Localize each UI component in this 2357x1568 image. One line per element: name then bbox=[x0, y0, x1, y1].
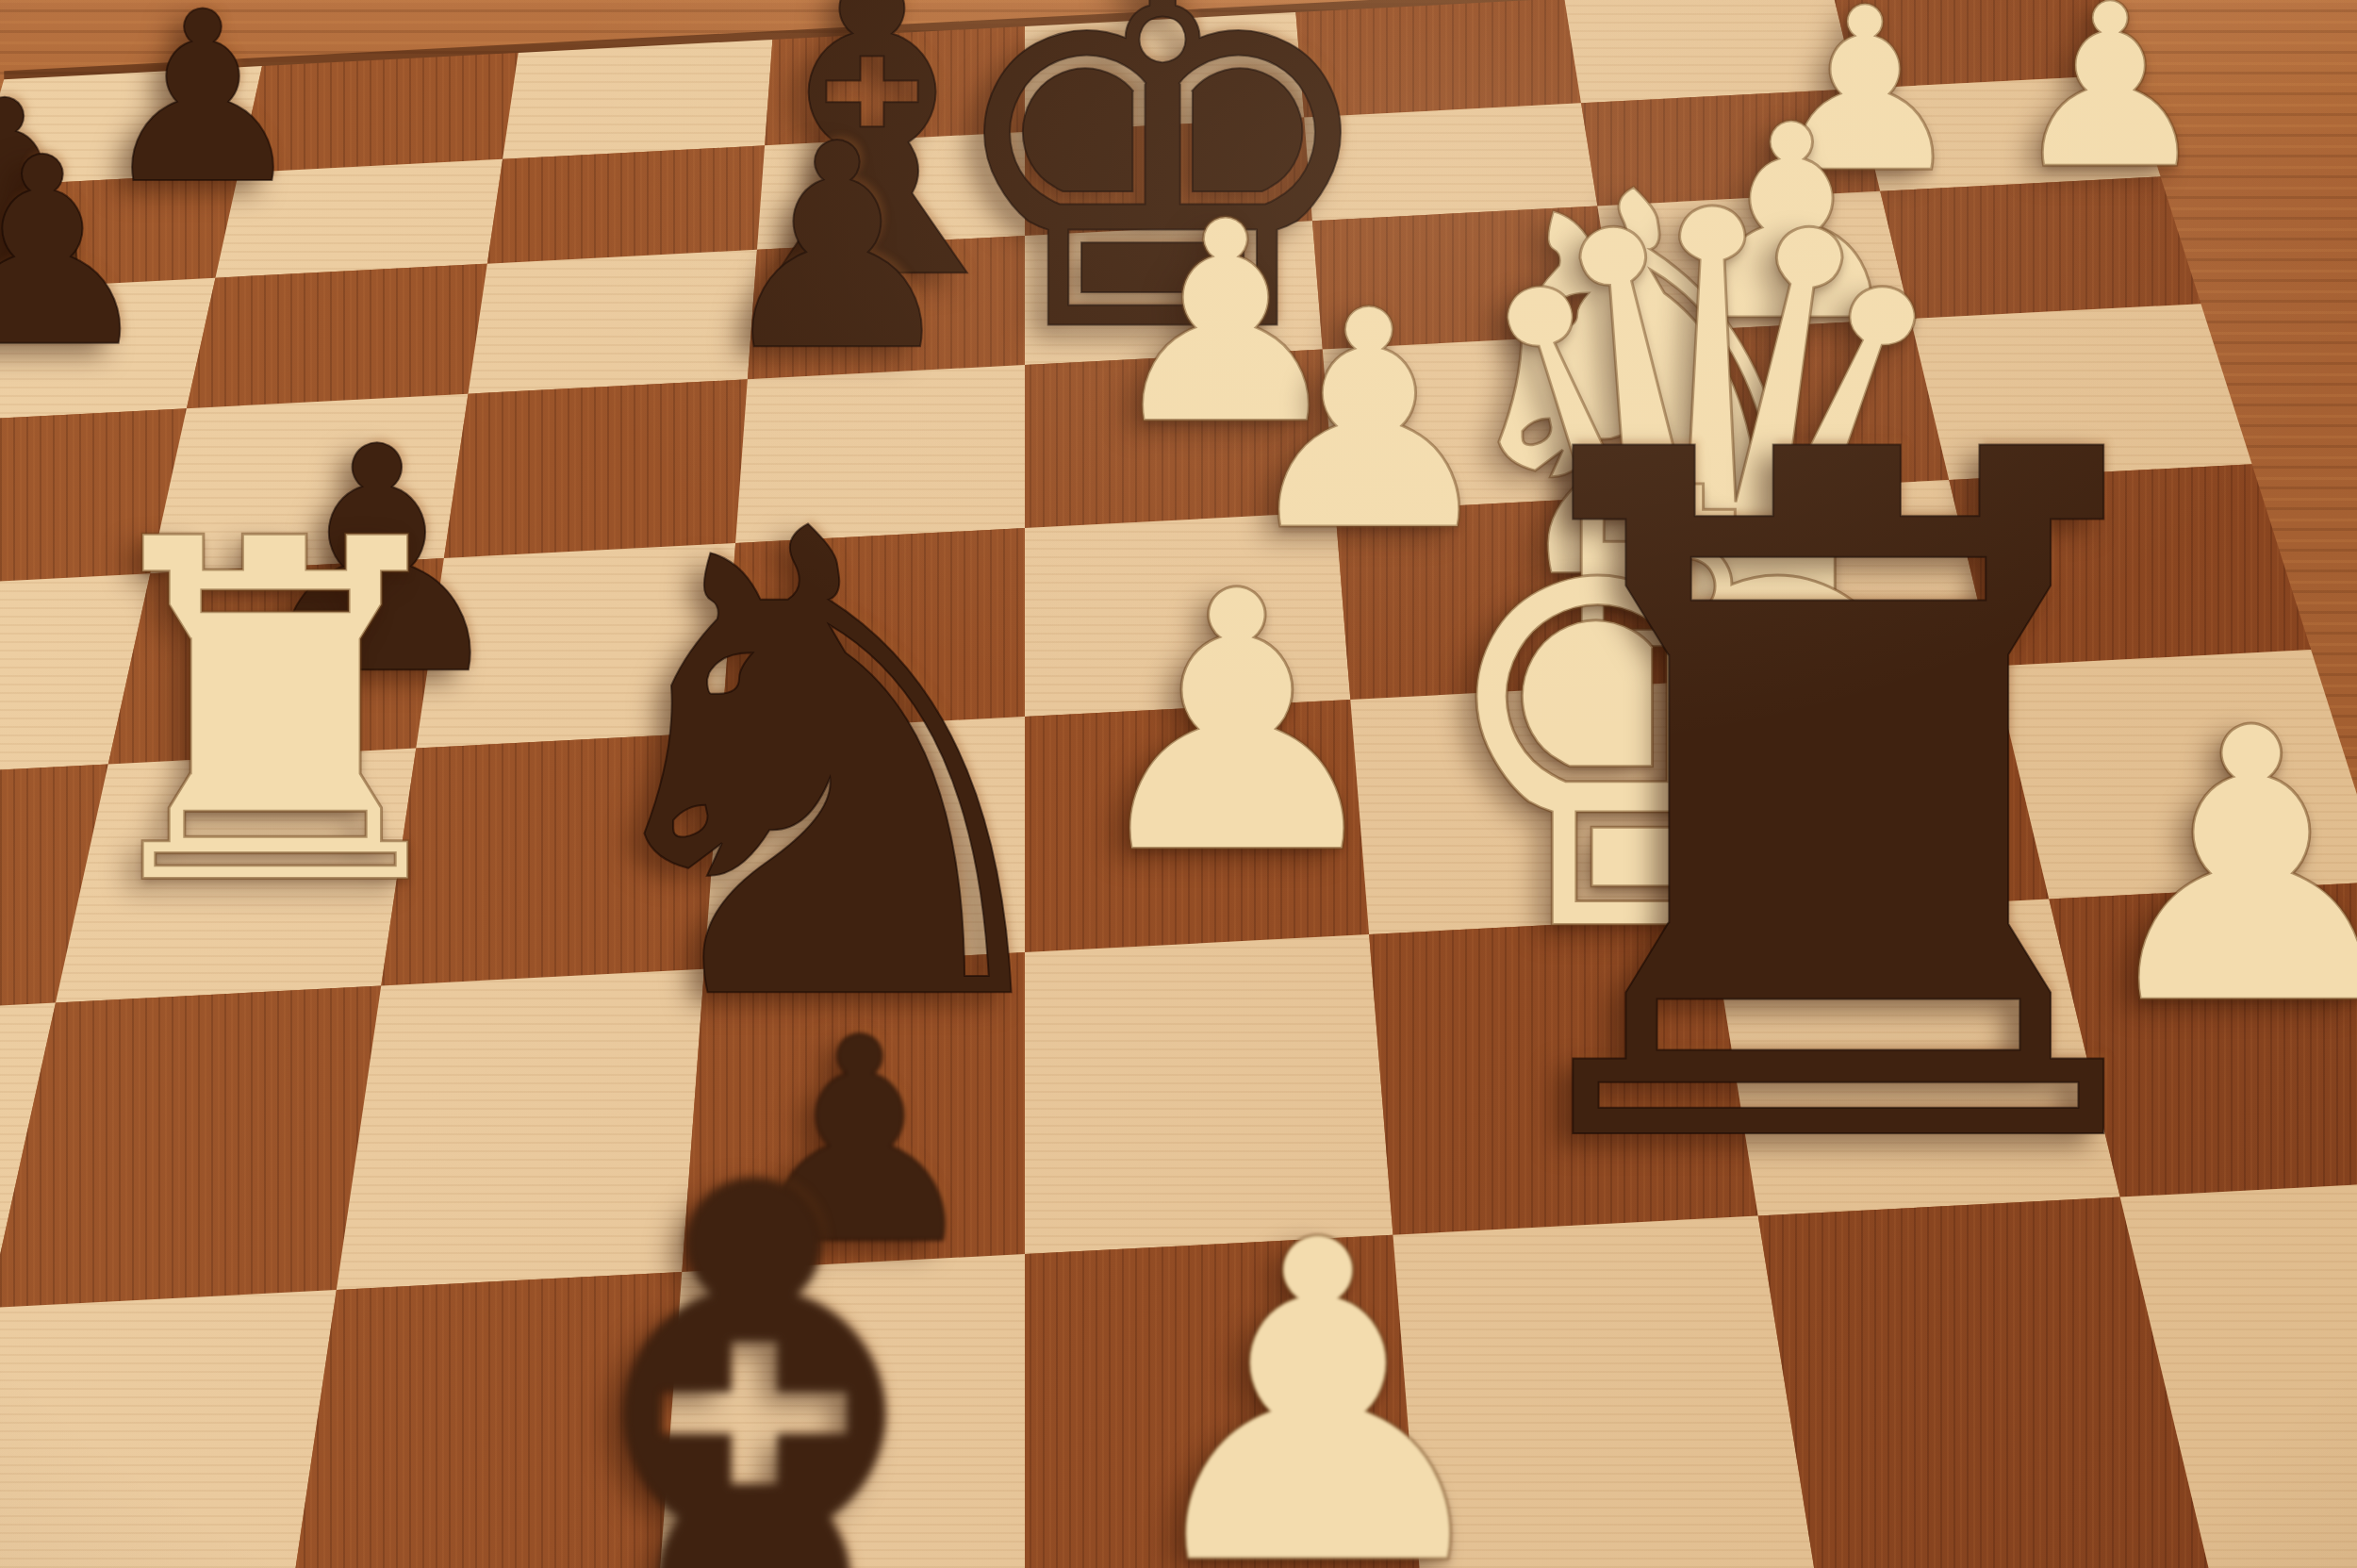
black-pawn-a6[interactable]: ♟ bbox=[0, 124, 158, 384]
white-pawn-h7[interactable]: ♟ bbox=[2008, 0, 2211, 200]
black-bishop-d1[interactable]: ♝ bbox=[383, 1082, 1127, 1568]
black-pawn-d6[interactable]: ♟ bbox=[711, 107, 964, 390]
black-rook-g2[interactable]: ♜ bbox=[1416, 335, 2261, 1278]
white-pawn-e3[interactable]: ♟ bbox=[1077, 545, 1398, 903]
white-rook-b3[interactable]: ♜ bbox=[64, 479, 486, 950]
chess-photo-scene: ♟♟♟♟♝♟♚♟♟♟♟♞♛♟♟♜♚♞♟♜♟♟♝ bbox=[0, 0, 2357, 1568]
white-pawn-e1[interactable]: ♟ bbox=[1119, 1184, 1516, 1568]
